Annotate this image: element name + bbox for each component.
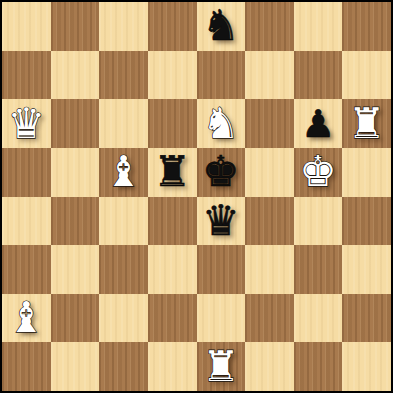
square-h8[interactable] bbox=[342, 2, 391, 51]
square-h7[interactable] bbox=[342, 51, 391, 100]
square-d8[interactable] bbox=[148, 2, 197, 51]
square-c4[interactable] bbox=[99, 197, 148, 246]
square-g7[interactable] bbox=[294, 51, 343, 100]
square-d5[interactable]: ♜ bbox=[148, 148, 197, 197]
square-f4[interactable] bbox=[245, 197, 294, 246]
white-queen-piece[interactable]: ♛ bbox=[7, 103, 45, 145]
square-a2[interactable]: ♝ bbox=[2, 294, 51, 343]
square-g1[interactable] bbox=[294, 342, 343, 391]
square-b8[interactable] bbox=[51, 2, 100, 51]
square-b5[interactable] bbox=[51, 148, 100, 197]
square-b1[interactable] bbox=[51, 342, 100, 391]
square-f7[interactable] bbox=[245, 51, 294, 100]
black-rook-piece[interactable]: ♜ bbox=[153, 151, 191, 193]
square-f3[interactable] bbox=[245, 245, 294, 294]
square-h3[interactable] bbox=[342, 245, 391, 294]
white-bishop-piece[interactable]: ♝ bbox=[105, 151, 143, 193]
square-c3[interactable] bbox=[99, 245, 148, 294]
square-d7[interactable] bbox=[148, 51, 197, 100]
white-king-piece[interactable]: ♚ bbox=[299, 151, 337, 193]
square-c1[interactable] bbox=[99, 342, 148, 391]
square-h1[interactable] bbox=[342, 342, 391, 391]
square-b3[interactable] bbox=[51, 245, 100, 294]
square-e5[interactable]: ♚ bbox=[197, 148, 246, 197]
chess-board: ♞♛♞♟♜♝♜♚♚♛♝♜ bbox=[2, 2, 391, 391]
square-c7[interactable] bbox=[99, 51, 148, 100]
white-bishop-piece[interactable]: ♝ bbox=[7, 297, 45, 339]
square-c8[interactable] bbox=[99, 2, 148, 51]
black-knight-piece[interactable]: ♞ bbox=[202, 5, 240, 47]
square-h4[interactable] bbox=[342, 197, 391, 246]
square-f5[interactable] bbox=[245, 148, 294, 197]
black-pawn-piece[interactable]: ♟ bbox=[301, 105, 335, 143]
chess-board-frame: ♞♛♞♟♜♝♜♚♚♛♝♜ bbox=[0, 0, 393, 393]
square-h5[interactable] bbox=[342, 148, 391, 197]
square-e4[interactable]: ♛ bbox=[197, 197, 246, 246]
square-a6[interactable]: ♛ bbox=[2, 99, 51, 148]
square-g2[interactable] bbox=[294, 294, 343, 343]
square-c2[interactable] bbox=[99, 294, 148, 343]
square-b4[interactable] bbox=[51, 197, 100, 246]
black-queen-piece[interactable]: ♛ bbox=[202, 200, 240, 242]
square-e7[interactable] bbox=[197, 51, 246, 100]
square-c6[interactable] bbox=[99, 99, 148, 148]
square-g6[interactable]: ♟ bbox=[294, 99, 343, 148]
white-rook-piece[interactable]: ♜ bbox=[348, 103, 386, 145]
square-a1[interactable] bbox=[2, 342, 51, 391]
square-g3[interactable] bbox=[294, 245, 343, 294]
square-e1[interactable]: ♜ bbox=[197, 342, 246, 391]
square-a3[interactable] bbox=[2, 245, 51, 294]
square-e8[interactable]: ♞ bbox=[197, 2, 246, 51]
square-e6[interactable]: ♞ bbox=[197, 99, 246, 148]
square-e2[interactable] bbox=[197, 294, 246, 343]
square-g5[interactable]: ♚ bbox=[294, 148, 343, 197]
square-a4[interactable] bbox=[2, 197, 51, 246]
square-b6[interactable] bbox=[51, 99, 100, 148]
square-a7[interactable] bbox=[2, 51, 51, 100]
square-f2[interactable] bbox=[245, 294, 294, 343]
square-c5[interactable]: ♝ bbox=[99, 148, 148, 197]
white-rook-piece[interactable]: ♜ bbox=[202, 346, 240, 388]
square-b2[interactable] bbox=[51, 294, 100, 343]
square-d1[interactable] bbox=[148, 342, 197, 391]
square-d4[interactable] bbox=[148, 197, 197, 246]
square-d6[interactable] bbox=[148, 99, 197, 148]
square-a5[interactable] bbox=[2, 148, 51, 197]
square-e3[interactable] bbox=[197, 245, 246, 294]
square-f6[interactable] bbox=[245, 99, 294, 148]
square-g8[interactable] bbox=[294, 2, 343, 51]
square-f1[interactable] bbox=[245, 342, 294, 391]
square-a8[interactable] bbox=[2, 2, 51, 51]
square-d3[interactable] bbox=[148, 245, 197, 294]
square-d2[interactable] bbox=[148, 294, 197, 343]
white-knight-piece[interactable]: ♞ bbox=[202, 103, 240, 145]
square-g4[interactable] bbox=[294, 197, 343, 246]
square-f8[interactable] bbox=[245, 2, 294, 51]
square-h6[interactable]: ♜ bbox=[342, 99, 391, 148]
square-b7[interactable] bbox=[51, 51, 100, 100]
square-h2[interactable] bbox=[342, 294, 391, 343]
black-king-piece[interactable]: ♚ bbox=[202, 151, 240, 193]
